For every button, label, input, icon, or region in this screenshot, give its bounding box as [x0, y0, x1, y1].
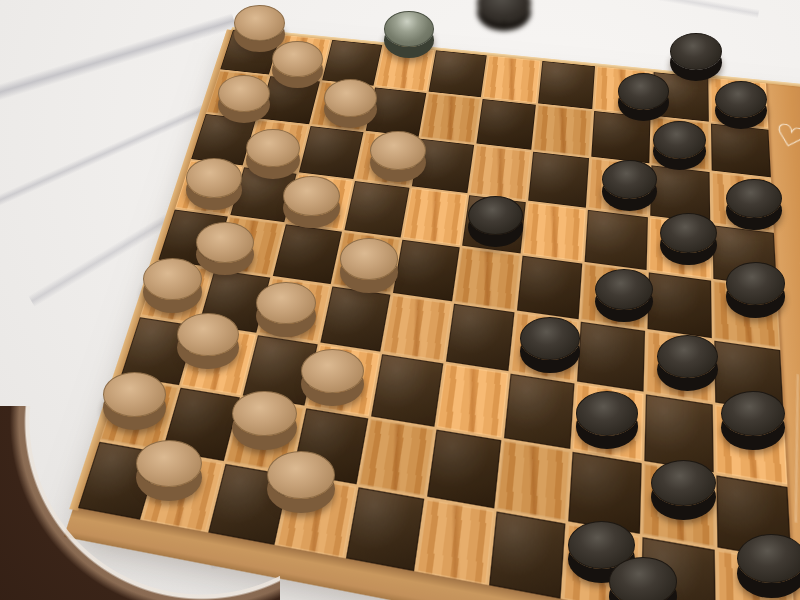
square-r4c4[interactable] [344, 181, 409, 238]
light-piece-r2c3[interactable] [324, 79, 377, 117]
dark-piece-r1c9[interactable] [670, 33, 722, 70]
square-r1c4[interactable] [375, 45, 434, 91]
square-r5c5[interactable] [393, 240, 460, 302]
square-r8c7[interactable] [497, 440, 571, 521]
light-piece-r4c3[interactable] [283, 176, 340, 216]
heart-carving-icon: ♡ [771, 118, 800, 155]
square-r1c7[interactable] [538, 61, 595, 109]
square-r2c7[interactable] [533, 105, 592, 157]
light-piece-r3c2[interactable] [246, 129, 300, 168]
light-piece-r8c3[interactable] [232, 391, 297, 437]
light-piece-r5c4[interactable] [340, 238, 399, 280]
square-r2c6[interactable] [476, 99, 536, 150]
square-r5c3[interactable] [273, 224, 341, 284]
dark-piece-r3c8[interactable] [602, 160, 657, 199]
square-r2c8[interactable] [592, 111, 650, 163]
dark-piece-r5c8[interactable] [595, 269, 653, 310]
marble-vein [0, 13, 236, 107]
dark-piece-r4c6[interactable] [468, 196, 523, 235]
checkers-board: ♡ NDRA [78, 30, 800, 600]
square-r6c4[interactable] [320, 286, 390, 351]
square-r6c6[interactable] [446, 304, 515, 372]
square-r8c6[interactable] [427, 429, 501, 508]
dark-piece-r9c10[interactable] [737, 534, 800, 583]
square-r6c5[interactable] [382, 295, 452, 362]
border-carved-text: NDRA [784, 206, 800, 274]
square-r7c6[interactable] [437, 364, 509, 437]
dark-piece-r4c9[interactable] [660, 213, 717, 253]
light-piece-r9c4[interactable] [267, 451, 335, 499]
square-r5c7[interactable] [517, 256, 583, 320]
square-r1c5[interactable] [428, 50, 486, 97]
metal-piece-r1c4[interactable] [384, 11, 434, 47]
square-r3c6[interactable] [469, 146, 531, 201]
light-piece-r3c4[interactable] [370, 131, 425, 170]
light-piece-r7c2[interactable] [177, 313, 239, 357]
dark-piece-r6c7[interactable] [520, 317, 580, 359]
dark-piece-r3c10[interactable] [726, 179, 782, 219]
square-r5c9[interactable] [647, 272, 712, 338]
dark-piece-r1c10[interactable] [715, 81, 767, 118]
square-r1c6[interactable] [483, 56, 541, 104]
light-piece-r1c1[interactable] [234, 5, 285, 41]
dark-piece-r6c9[interactable] [657, 335, 718, 378]
board-grid [78, 30, 796, 600]
dark-piece-r2c9[interactable] [653, 121, 706, 159]
light-piece-r8c1[interactable] [103, 372, 166, 417]
light-piece-r5c2[interactable] [196, 222, 254, 263]
dark-piece-r5c10[interactable] [726, 262, 785, 304]
square-r7c5[interactable] [371, 354, 443, 426]
square-r3c7[interactable] [528, 152, 589, 207]
light-piece-r4c1[interactable] [186, 158, 242, 198]
square-r9c5[interactable] [346, 487, 425, 571]
square-r8c5[interactable] [359, 418, 434, 496]
dark-piece-off-board[interactable] [477, 0, 531, 22]
square-r7c7[interactable] [504, 374, 575, 448]
light-piece-r7c4[interactable] [301, 349, 364, 394]
square-r4c5[interactable] [403, 188, 468, 246]
square-r4c8[interactable] [585, 210, 647, 270]
square-r4c7[interactable] [523, 202, 586, 261]
light-piece-r9c2[interactable] [136, 440, 202, 487]
border-scratch [794, 374, 799, 523]
dark-piece-r7c10[interactable] [721, 391, 785, 436]
square-r2c10[interactable] [711, 124, 771, 178]
photo-scene: ♡ NDRA [0, 0, 800, 600]
dark-piece-r8c9[interactable] [651, 460, 717, 507]
square-r9c7[interactable] [489, 511, 566, 599]
square-r2c5[interactable] [420, 93, 480, 143]
square-r3c3[interactable] [299, 126, 363, 178]
dark-piece-r1c8[interactable] [618, 73, 669, 110]
square-r6c8[interactable] [577, 322, 644, 392]
square-r9c6[interactable] [417, 499, 495, 585]
light-piece-r6c1[interactable] [143, 258, 202, 300]
marble-vein [561, 0, 760, 18]
dark-piece-r7c8[interactable] [576, 391, 638, 435]
dark-piece-r9c9[interactable] [609, 557, 677, 600]
square-r5c6[interactable] [454, 247, 520, 310]
